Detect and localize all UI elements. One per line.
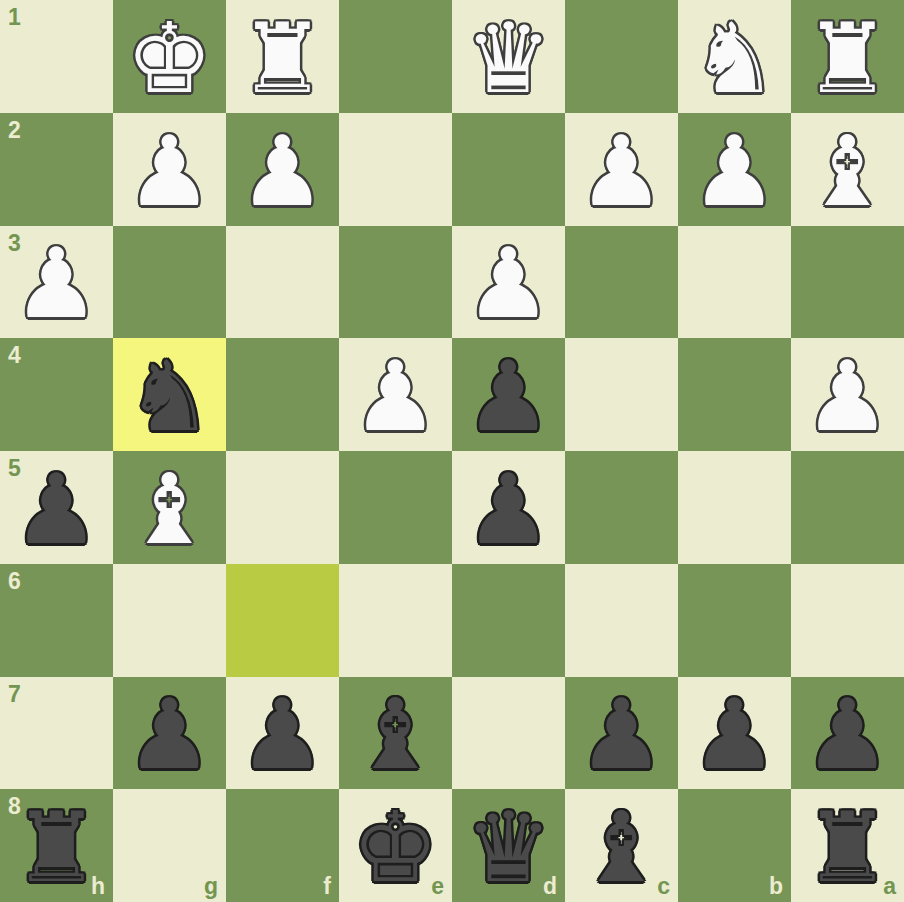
white-queen[interactable]: ♛	[465, 10, 552, 107]
square-b1[interactable]: ♞	[678, 0, 791, 113]
white-pawn[interactable]: ♟	[578, 123, 665, 220]
square-b3[interactable]	[678, 226, 791, 339]
white-pawn[interactable]: ♟	[691, 123, 778, 220]
black-pawn[interactable]: ♟	[691, 686, 778, 783]
square-b2[interactable]: ♟	[678, 113, 791, 226]
white-rook[interactable]: ♜	[239, 10, 326, 107]
square-c3[interactable]	[565, 226, 678, 339]
square-h3[interactable]: 3♟	[0, 226, 113, 339]
square-a1[interactable]: ♜	[791, 0, 904, 113]
white-knight[interactable]: ♞	[691, 10, 778, 107]
square-e5[interactable]	[339, 451, 452, 564]
square-d6[interactable]	[452, 564, 565, 677]
square-g1[interactable]: ♚	[113, 0, 226, 113]
square-h7[interactable]: 7	[0, 677, 113, 790]
white-bishop[interactable]: ♝	[804, 123, 891, 220]
square-d2[interactable]	[452, 113, 565, 226]
black-pawn[interactable]: ♟	[465, 348, 552, 445]
square-f7[interactable]: ♟	[226, 677, 339, 790]
black-pawn[interactable]: ♟	[13, 461, 100, 558]
square-c6[interactable]	[565, 564, 678, 677]
square-g2[interactable]: ♟	[113, 113, 226, 226]
white-pawn[interactable]: ♟	[126, 123, 213, 220]
square-e8[interactable]: e♚	[339, 789, 452, 902]
square-e6[interactable]	[339, 564, 452, 677]
file-label-f: f	[323, 875, 331, 898]
square-c7[interactable]: ♟	[565, 677, 678, 790]
square-f4[interactable]	[226, 338, 339, 451]
square-a8[interactable]: a♜	[791, 789, 904, 902]
black-pawn[interactable]: ♟	[804, 686, 891, 783]
square-a3[interactable]	[791, 226, 904, 339]
white-rook[interactable]: ♜	[804, 10, 891, 107]
square-g6[interactable]	[113, 564, 226, 677]
black-bishop[interactable]: ♝	[352, 686, 439, 783]
square-c2[interactable]: ♟	[565, 113, 678, 226]
chess-board: 1♚♜♛♞♜2♟♟♟♟♝3♟♟4♞♟♟♟5♟♝♟67♟♟♝♟♟♟8h♜gfe♚d…	[0, 0, 904, 902]
square-h2[interactable]: 2	[0, 113, 113, 226]
white-pawn[interactable]: ♟	[13, 235, 100, 332]
square-b5[interactable]	[678, 451, 791, 564]
rank-label-7: 7	[8, 683, 21, 706]
square-c8[interactable]: c♝	[565, 789, 678, 902]
black-knight[interactable]: ♞	[126, 348, 213, 445]
rank-label-2: 2	[8, 119, 21, 142]
white-pawn[interactable]: ♟	[465, 235, 552, 332]
black-pawn[interactable]: ♟	[465, 461, 552, 558]
square-g7[interactable]: ♟	[113, 677, 226, 790]
square-a4[interactable]: ♟	[791, 338, 904, 451]
square-c4[interactable]	[565, 338, 678, 451]
square-d7[interactable]	[452, 677, 565, 790]
square-h4[interactable]: 4	[0, 338, 113, 451]
square-d1[interactable]: ♛	[452, 0, 565, 113]
square-h5[interactable]: 5♟	[0, 451, 113, 564]
white-king[interactable]: ♚	[126, 10, 213, 107]
square-d8[interactable]: d♛	[452, 789, 565, 902]
black-rook[interactable]: ♜	[13, 799, 100, 896]
square-b8[interactable]: b	[678, 789, 791, 902]
black-pawn[interactable]: ♟	[126, 686, 213, 783]
square-f6[interactable]	[226, 564, 339, 677]
square-g8[interactable]: g	[113, 789, 226, 902]
square-a6[interactable]	[791, 564, 904, 677]
square-a2[interactable]: ♝	[791, 113, 904, 226]
square-g5[interactable]: ♝	[113, 451, 226, 564]
white-pawn[interactable]: ♟	[352, 348, 439, 445]
file-label-b: b	[769, 875, 783, 898]
square-g3[interactable]	[113, 226, 226, 339]
square-f3[interactable]	[226, 226, 339, 339]
square-b6[interactable]	[678, 564, 791, 677]
square-c5[interactable]	[565, 451, 678, 564]
square-d4[interactable]: ♟	[452, 338, 565, 451]
square-e7[interactable]: ♝	[339, 677, 452, 790]
square-f2[interactable]: ♟	[226, 113, 339, 226]
square-c1[interactable]	[565, 0, 678, 113]
square-b7[interactable]: ♟	[678, 677, 791, 790]
square-e3[interactable]	[339, 226, 452, 339]
black-pawn[interactable]: ♟	[239, 686, 326, 783]
rank-label-6: 6	[8, 570, 21, 593]
black-king[interactable]: ♚	[352, 799, 439, 896]
square-g4[interactable]: ♞	[113, 338, 226, 451]
file-label-g: g	[204, 875, 218, 898]
square-d5[interactable]: ♟	[452, 451, 565, 564]
square-h6[interactable]: 6	[0, 564, 113, 677]
square-b4[interactable]	[678, 338, 791, 451]
black-bishop[interactable]: ♝	[578, 799, 665, 896]
square-f1[interactable]: ♜	[226, 0, 339, 113]
square-e2[interactable]	[339, 113, 452, 226]
black-rook[interactable]: ♜	[804, 799, 891, 896]
square-h1[interactable]: 1	[0, 0, 113, 113]
rank-label-1: 1	[8, 6, 21, 29]
white-pawn[interactable]: ♟	[239, 123, 326, 220]
square-e1[interactable]	[339, 0, 452, 113]
square-e4[interactable]: ♟	[339, 338, 452, 451]
square-a7[interactable]: ♟	[791, 677, 904, 790]
square-f8[interactable]: f	[226, 789, 339, 902]
rank-label-4: 4	[8, 344, 21, 367]
white-pawn[interactable]: ♟	[804, 348, 891, 445]
square-a5[interactable]	[791, 451, 904, 564]
square-h8[interactable]: 8h♜	[0, 789, 113, 902]
square-d3[interactable]: ♟	[452, 226, 565, 339]
square-f5[interactable]	[226, 451, 339, 564]
black-pawn[interactable]: ♟	[578, 686, 665, 783]
white-bishop[interactable]: ♝	[126, 461, 213, 558]
black-queen[interactable]: ♛	[465, 799, 552, 896]
